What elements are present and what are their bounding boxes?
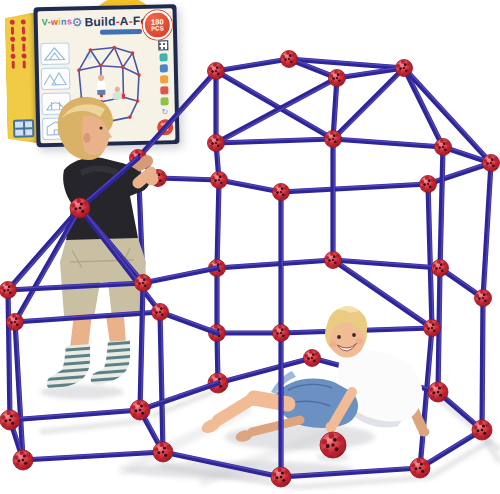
fort-connector xyxy=(320,432,346,458)
toddler-figure xyxy=(199,306,429,444)
fort-rod xyxy=(216,71,333,139)
fort-rod-highlight xyxy=(218,357,312,382)
fort-connector xyxy=(7,314,24,331)
fort-connector xyxy=(424,320,441,337)
fort-rod-highlight xyxy=(160,311,217,332)
fort-rod xyxy=(10,410,140,420)
fort-rod xyxy=(138,71,216,158)
fort-rod xyxy=(218,358,312,383)
fort-connector xyxy=(208,63,225,80)
fort-connector xyxy=(273,325,290,342)
fort-connector xyxy=(475,290,492,307)
fort-rod-highlight xyxy=(483,298,484,430)
fort-connector xyxy=(396,60,413,77)
fort-connector xyxy=(432,260,449,277)
fort-connector xyxy=(13,450,33,470)
fort-connector xyxy=(271,467,291,487)
fort-rod-highlight xyxy=(219,179,281,191)
fort-rod xyxy=(143,268,217,283)
fort-rod-highlight xyxy=(217,79,338,144)
fort-connector xyxy=(410,458,430,478)
fort-rod-highlight xyxy=(217,70,334,138)
fort-rod xyxy=(216,59,289,71)
connector-ball xyxy=(320,432,346,458)
fort-connector xyxy=(130,400,150,420)
fort-rod-highlight xyxy=(143,267,217,282)
fort-connector xyxy=(0,282,17,299)
fort-rod-highlight xyxy=(139,72,217,159)
fort-connector xyxy=(281,51,298,68)
fort-connector xyxy=(472,420,492,440)
fort-connector xyxy=(428,382,448,402)
fort-connector xyxy=(70,198,90,218)
fort-connector xyxy=(325,131,342,148)
fort-connector xyxy=(483,155,500,172)
fort-connector xyxy=(0,410,20,430)
fort-connector xyxy=(329,70,346,87)
fort-connector xyxy=(153,442,173,462)
fort-connector xyxy=(420,176,437,193)
fort-connector xyxy=(152,304,169,321)
fort-rod xyxy=(428,163,491,184)
fort-rod xyxy=(160,312,217,333)
fort-connector xyxy=(304,350,321,367)
fort-rod xyxy=(219,180,281,192)
fort-rod xyxy=(483,163,491,298)
product-photo: V-wins ⚙ Build-A-Fort 180 PCS ❄ ↻AGE4+ xyxy=(0,0,500,494)
fort-rod-highlight xyxy=(419,429,481,467)
fort-rod xyxy=(217,260,333,268)
fort-rod-highlight xyxy=(216,58,289,70)
fort-rod-highlight xyxy=(428,162,491,183)
fort-connector xyxy=(208,135,225,152)
fort-connector xyxy=(435,139,452,156)
fort-connector xyxy=(211,172,228,189)
fort-connector xyxy=(273,184,290,201)
fort-rod xyxy=(333,139,443,147)
fort-connector xyxy=(135,275,152,292)
fort-connector xyxy=(325,252,342,269)
fort-scene xyxy=(0,0,500,494)
fort-rod xyxy=(333,260,440,268)
fort-rod xyxy=(281,184,428,192)
